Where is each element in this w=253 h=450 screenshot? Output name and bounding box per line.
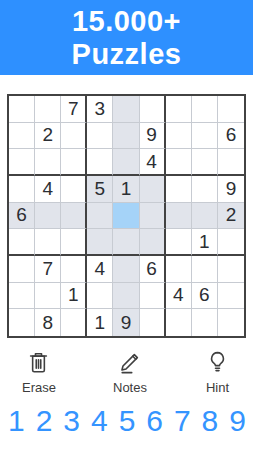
cell-r9c1[interactable] <box>9 309 35 336</box>
numpad-4[interactable]: 4 <box>91 403 108 439</box>
promo-title-line2: Puzzles <box>72 38 182 71</box>
promo-title-line1: 15.000+ <box>72 5 181 38</box>
cell-r2c2[interactable]: 2 <box>35 123 61 150</box>
cell-r7c2[interactable]: 7 <box>35 256 61 283</box>
cell-r8c8[interactable]: 6 <box>192 283 218 310</box>
cell-r7c4[interactable]: 4 <box>87 256 113 283</box>
cell-r9c6[interactable] <box>140 309 166 336</box>
cell-r3c2[interactable] <box>35 149 61 176</box>
cell-r1c7[interactable] <box>166 96 192 123</box>
number-pad: 123456789 <box>8 403 246 439</box>
cell-r8c6[interactable] <box>140 283 166 310</box>
notes-label: Notes <box>113 381 147 395</box>
cell-r4c3[interactable] <box>61 176 87 203</box>
cell-r1c8[interactable] <box>192 96 218 123</box>
cell-r6c9[interactable] <box>218 229 244 256</box>
cell-r3c8[interactable] <box>192 149 218 176</box>
toolbar: Erase Notes Hint <box>0 349 253 395</box>
cell-r5c1[interactable]: 6 <box>9 203 35 230</box>
cell-r6c4[interactable] <box>87 229 113 256</box>
cell-r4c2[interactable]: 4 <box>35 176 61 203</box>
cell-r1c1[interactable] <box>9 96 35 123</box>
cell-r4c9[interactable]: 9 <box>218 176 244 203</box>
numpad-5[interactable]: 5 <box>119 403 136 439</box>
cell-r7c9[interactable] <box>218 256 244 283</box>
cell-r3c4[interactable] <box>87 149 113 176</box>
cell-r3c5[interactable] <box>113 149 139 176</box>
cell-r9c3[interactable] <box>61 309 87 336</box>
cell-r6c5[interactable] <box>113 229 139 256</box>
cell-r6c2[interactable] <box>35 229 61 256</box>
cell-r5c5[interactable] <box>113 203 139 230</box>
cell-r6c6[interactable] <box>140 229 166 256</box>
cell-r4c7[interactable] <box>166 176 192 203</box>
cell-r1c6[interactable] <box>140 96 166 123</box>
numpad-9[interactable]: 9 <box>229 403 246 439</box>
cell-r7c7[interactable] <box>166 256 192 283</box>
cell-r8c5[interactable] <box>113 283 139 310</box>
cell-r2c9[interactable]: 6 <box>218 123 244 150</box>
cell-r9c4[interactable]: 1 <box>87 309 113 336</box>
cell-r8c4[interactable] <box>87 283 113 310</box>
cell-r3c3[interactable] <box>61 149 87 176</box>
cell-r9c9[interactable] <box>218 309 244 336</box>
cell-r9c5[interactable]: 9 <box>113 309 139 336</box>
cell-r3c9[interactable] <box>218 149 244 176</box>
cell-r4c4[interactable]: 5 <box>87 176 113 203</box>
cell-r8c2[interactable] <box>35 283 61 310</box>
cell-r6c8[interactable]: 1 <box>192 229 218 256</box>
cell-r3c7[interactable] <box>166 149 192 176</box>
cell-r6c7[interactable] <box>166 229 192 256</box>
cell-r7c1[interactable] <box>9 256 35 283</box>
cell-r2c7[interactable] <box>166 123 192 150</box>
cell-r5c2[interactable] <box>35 203 61 230</box>
cell-r3c6[interactable]: 4 <box>140 149 166 176</box>
erase-label: Erase <box>22 381 56 395</box>
numpad-3[interactable]: 3 <box>63 403 80 439</box>
cell-r1c4[interactable]: 3 <box>87 96 113 123</box>
cell-r9c8[interactable] <box>192 309 218 336</box>
cell-r7c3[interactable] <box>61 256 87 283</box>
cell-r4c1[interactable] <box>9 176 35 203</box>
cell-r2c4[interactable] <box>87 123 113 150</box>
numpad-1[interactable]: 1 <box>8 403 25 439</box>
numpad-2[interactable]: 2 <box>36 403 53 439</box>
cell-r2c5[interactable] <box>113 123 139 150</box>
cell-r6c3[interactable] <box>61 229 87 256</box>
cell-r2c6[interactable]: 9 <box>140 123 166 150</box>
cell-r9c7[interactable] <box>166 309 192 336</box>
numpad-7[interactable]: 7 <box>174 403 191 439</box>
cell-r8c7[interactable]: 4 <box>166 283 192 310</box>
cell-r4c5[interactable]: 1 <box>113 176 139 203</box>
cell-r3c1[interactable] <box>9 149 35 176</box>
cell-r2c1[interactable] <box>9 123 35 150</box>
cell-r7c8[interactable] <box>192 256 218 283</box>
cell-r1c2[interactable] <box>35 96 61 123</box>
cell-r5c4[interactable] <box>87 203 113 230</box>
cell-r2c8[interactable] <box>192 123 218 150</box>
cell-r1c5[interactable] <box>113 96 139 123</box>
promo-header: 15.000+ Puzzles <box>0 0 253 75</box>
cell-r2c3[interactable] <box>61 123 87 150</box>
hint-button[interactable]: Hint <box>204 349 231 395</box>
cell-r5c9[interactable]: 2 <box>218 203 244 230</box>
numpad-8[interactable]: 8 <box>202 403 219 439</box>
hint-label: Hint <box>206 381 229 395</box>
erase-button[interactable]: Erase <box>22 349 56 395</box>
cell-r4c6[interactable] <box>140 176 166 203</box>
cell-r8c1[interactable] <box>9 283 35 310</box>
cell-r8c9[interactable] <box>218 283 244 310</box>
cell-r9c2[interactable]: 8 <box>35 309 61 336</box>
cell-r5c7[interactable] <box>166 203 192 230</box>
pencil-icon <box>116 349 143 379</box>
cell-r5c8[interactable] <box>192 203 218 230</box>
cell-r5c6[interactable] <box>140 203 166 230</box>
numpad-6[interactable]: 6 <box>146 403 163 439</box>
lightbulb-icon <box>204 349 231 379</box>
trash-icon <box>25 349 52 379</box>
cell-r1c9[interactable] <box>218 96 244 123</box>
notes-button[interactable]: Notes <box>113 349 147 395</box>
cell-r7c6[interactable]: 6 <box>140 256 166 283</box>
cell-r5c3[interactable] <box>61 203 87 230</box>
cell-r7c5[interactable] <box>113 256 139 283</box>
cell-r8c3[interactable]: 1 <box>61 283 87 310</box>
cell-r1c3[interactable]: 7 <box>61 96 87 123</box>
cell-r4c8[interactable] <box>192 176 218 203</box>
cell-r6c1[interactable] <box>9 229 35 256</box>
sudoku-board: 7329644519621746146819 <box>7 94 246 338</box>
